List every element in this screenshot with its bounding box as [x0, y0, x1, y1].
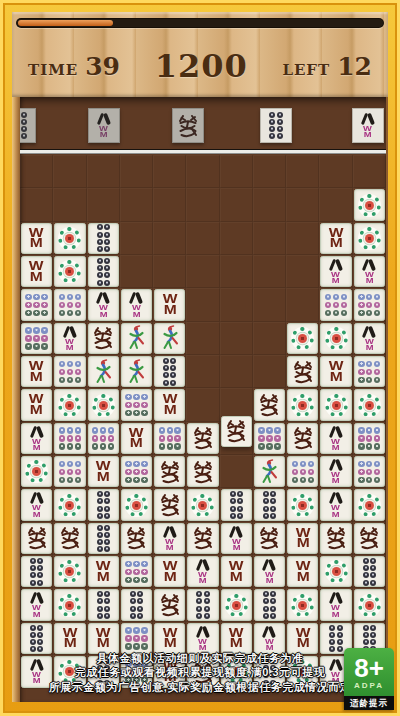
board-cell: WM — [319, 222, 352, 255]
tile-C9[interactable] — [54, 356, 85, 387]
tile-C8[interactable] — [21, 556, 52, 587]
tile-C9[interactable] — [21, 289, 52, 320]
board-cell — [20, 455, 53, 488]
tile-B8[interactable]: WM — [254, 623, 285, 654]
board-cell — [186, 288, 219, 321]
queue-tile-C8 — [260, 108, 292, 143]
board-cell — [253, 588, 286, 621]
queue-tile-B8: WM — [352, 108, 384, 143]
tile-W[interactable]: WM — [88, 456, 119, 487]
board-cell — [186, 155, 219, 188]
board-cell — [186, 522, 219, 555]
tile-C9[interactable] — [320, 289, 351, 320]
disclaimer-line-1: 具体金额以活动细则及实际完成任务为准 — [0, 653, 400, 664]
board-cell — [253, 355, 286, 388]
board-cell — [253, 455, 286, 488]
tile-B8[interactable]: WM — [187, 623, 218, 654]
board-cell — [20, 555, 53, 588]
board-cell: WM — [20, 588, 53, 621]
board-cell — [153, 422, 186, 455]
board-cell — [253, 422, 286, 455]
tile-C8[interactable] — [88, 223, 119, 254]
board-cell — [87, 355, 120, 388]
tile-F[interactable] — [187, 523, 218, 554]
board-cell: WM — [220, 555, 253, 588]
board-cell — [87, 155, 120, 188]
tile-C1[interactable] — [54, 223, 85, 254]
tile-C1[interactable] — [354, 389, 385, 420]
board-cell — [87, 188, 120, 221]
tile-C8[interactable] — [154, 356, 185, 387]
tile-B8[interactable]: WM — [354, 256, 385, 287]
board-cell: WM — [87, 622, 120, 655]
tile-C9[interactable] — [254, 423, 285, 454]
tile-C8[interactable] — [88, 523, 119, 554]
tile-C9[interactable] — [154, 423, 185, 454]
board-cell — [53, 188, 86, 221]
board-cell — [253, 388, 286, 421]
board-cell — [53, 155, 86, 188]
board-cell — [253, 188, 286, 221]
tile-W[interactable]: WM — [154, 556, 185, 587]
tile-F[interactable] — [154, 589, 185, 620]
tile-F[interactable] — [121, 523, 152, 554]
board-cell — [87, 255, 120, 288]
board-cell — [353, 588, 386, 621]
board-cell — [286, 322, 319, 355]
board-cell — [53, 488, 86, 521]
board-cell — [87, 322, 120, 355]
board-cell: WM — [220, 522, 253, 555]
left-group: LEFT 12 — [282, 52, 372, 81]
age-rating-badge: 8+ ADPA 适龄提示 — [344, 648, 394, 710]
game-board: WMWM WMWMWMWMWMWMWMWMWMWMWMWMWMWMWMWMWMW… — [20, 97, 386, 702]
board-cell: WM — [319, 488, 352, 521]
tile-C1[interactable] — [354, 489, 385, 520]
board-cell: WM — [153, 622, 186, 655]
board-cell — [353, 488, 386, 521]
board-cell — [120, 522, 153, 555]
tile-B8[interactable]: WM — [54, 323, 85, 354]
board-cell — [286, 355, 319, 388]
drop-line-separator — [20, 149, 386, 154]
tile-C8[interactable] — [121, 589, 152, 620]
board-cell — [253, 522, 286, 555]
tile-F[interactable] — [154, 489, 185, 520]
board-cell — [220, 488, 253, 521]
board-cell — [220, 155, 253, 188]
board-cell — [186, 588, 219, 621]
tile-W[interactable]: WM — [287, 556, 318, 587]
board-cell — [53, 255, 86, 288]
tile-F[interactable] — [354, 523, 385, 554]
tile-C1[interactable] — [287, 489, 318, 520]
tile-C1[interactable] — [320, 556, 351, 587]
queue-tile-F — [172, 108, 204, 143]
age-rating-green-box: 8+ ADPA — [344, 648, 394, 696]
tile-B8[interactable]: WM — [221, 523, 252, 554]
board-cell: WM — [87, 555, 120, 588]
tile-C9[interactable] — [354, 423, 385, 454]
board-cell — [186, 255, 219, 288]
score-value: 1200 — [155, 47, 248, 85]
board-cell — [153, 255, 186, 288]
tile-C9[interactable] — [54, 289, 85, 320]
board-cell — [286, 155, 319, 188]
board-cell — [286, 422, 319, 455]
board-cell — [20, 622, 53, 655]
board-cell — [153, 322, 186, 355]
tile-W[interactable]: WM — [154, 389, 185, 420]
board-cell: WM — [20, 388, 53, 421]
board-cell — [87, 488, 120, 521]
board-cell: WM — [153, 388, 186, 421]
tile-C1[interactable] — [54, 256, 85, 287]
tile-S1[interactable] — [88, 356, 119, 387]
tile-W[interactable]: WM — [21, 223, 52, 254]
tile-S1[interactable] — [254, 456, 285, 487]
tile-F[interactable] — [54, 523, 85, 554]
board-cell — [153, 355, 186, 388]
tile-W[interactable]: WM — [21, 256, 52, 287]
wood-frame-left — [12, 97, 20, 702]
board-cell: WM — [87, 455, 120, 488]
tile-B8[interactable]: WM — [320, 456, 351, 487]
tile-C8[interactable] — [254, 589, 285, 620]
tile-W[interactable]: WM — [287, 623, 318, 654]
board-cell — [53, 355, 86, 388]
board-cell — [120, 155, 153, 188]
tile-B8[interactable]: WM — [154, 523, 185, 554]
board-cell — [120, 555, 153, 588]
tile-B8[interactable]: WM — [320, 423, 351, 454]
board-cell — [286, 588, 319, 621]
board-cell: WM — [153, 522, 186, 555]
board-cell — [220, 355, 253, 388]
board-cell — [53, 522, 86, 555]
tile-B8[interactable]: WM — [320, 589, 351, 620]
tile-C8[interactable] — [88, 256, 119, 287]
board-cell: WM — [286, 622, 319, 655]
board-cell: WM — [186, 622, 219, 655]
tile-W[interactable]: WM — [154, 289, 185, 320]
tile-F[interactable] — [21, 523, 52, 554]
board-cell — [220, 288, 253, 321]
tile-C1[interactable] — [221, 589, 252, 620]
board-cell — [253, 288, 286, 321]
board-cell — [286, 222, 319, 255]
board-cell — [253, 155, 286, 188]
board-cell — [286, 455, 319, 488]
board-cell — [220, 455, 253, 488]
board-cell — [220, 188, 253, 221]
board-cell — [286, 188, 319, 221]
board-cell: WM — [186, 555, 219, 588]
tile-F[interactable] — [187, 423, 218, 454]
tile-S1[interactable] — [154, 323, 185, 354]
tile-C9[interactable] — [21, 323, 52, 354]
tile-B8[interactable]: WM — [187, 556, 218, 587]
tile-C9[interactable] — [354, 456, 385, 487]
header-stats: TIME 39 1200 LEFT 12 — [12, 38, 388, 94]
board-cell — [286, 488, 319, 521]
board-cell — [186, 188, 219, 221]
tile-C1[interactable] — [287, 323, 318, 354]
tile-W[interactable]: WM — [21, 356, 52, 387]
board-cell — [120, 488, 153, 521]
board-cell — [286, 255, 319, 288]
board-cell — [120, 188, 153, 221]
age-rating-org: ADPA — [354, 682, 384, 690]
tile-C9[interactable] — [121, 556, 152, 587]
board-cell — [319, 388, 352, 421]
tile-W[interactable]: WM — [21, 389, 52, 420]
board-cell — [53, 288, 86, 321]
tile-B8[interactable]: WM — [354, 323, 385, 354]
tile-C1[interactable] — [354, 589, 385, 620]
board-cell — [186, 388, 219, 421]
board-cell — [20, 155, 53, 188]
tile-C1[interactable] — [54, 389, 85, 420]
board-cell — [220, 322, 253, 355]
board-cell — [153, 588, 186, 621]
tile-C9[interactable] — [287, 456, 318, 487]
tile-B8[interactable]: WM — [88, 289, 119, 320]
tile-B8[interactable]: WM — [320, 489, 351, 520]
board-cell — [186, 355, 219, 388]
board-cell: WM — [319, 255, 352, 288]
board-cell — [87, 522, 120, 555]
board-cell: WM — [319, 455, 352, 488]
header-bar: TIME 39 1200 LEFT 12 — [12, 12, 388, 97]
time-value: 39 — [85, 52, 120, 81]
board-cell — [153, 455, 186, 488]
board-cell — [286, 388, 319, 421]
time-progress-fill — [18, 20, 113, 26]
tile-C8[interactable] — [254, 489, 285, 520]
game-screen: TIME 39 1200 LEFT 12 WMWM WMWMWMWMWMWMWM… — [0, 0, 400, 716]
tile-C1[interactable] — [54, 489, 85, 520]
tile-C9[interactable] — [121, 389, 152, 420]
tile-W[interactable]: WM — [287, 523, 318, 554]
board-cell — [220, 422, 253, 455]
tile-F[interactable] — [221, 416, 252, 447]
tile-C9[interactable] — [354, 289, 385, 320]
board-cell: WM — [353, 255, 386, 288]
board-cell — [186, 422, 219, 455]
board-cell — [253, 255, 286, 288]
tile-W[interactable]: WM — [221, 623, 252, 654]
board-cell — [353, 422, 386, 455]
board-cell — [53, 455, 86, 488]
tile-C9[interactable] — [88, 423, 119, 454]
board-cell — [120, 222, 153, 255]
tile-F[interactable] — [187, 456, 218, 487]
board-cell — [319, 188, 352, 221]
board-cell — [353, 188, 386, 221]
board-cell — [253, 222, 286, 255]
board-cell: WM — [319, 588, 352, 621]
tile-W[interactable]: WM — [88, 556, 119, 587]
board-cell: WM — [353, 322, 386, 355]
tile-C1[interactable] — [88, 389, 119, 420]
tile-C8[interactable] — [221, 489, 252, 520]
board-cell: WM — [153, 288, 186, 321]
board-cell — [186, 455, 219, 488]
board-cell — [20, 522, 53, 555]
board-cell — [186, 222, 219, 255]
tile-C1[interactable] — [354, 223, 385, 254]
board-cell: WM — [53, 622, 86, 655]
tile-B8[interactable]: WM — [320, 256, 351, 287]
board-cell: WM — [286, 555, 319, 588]
tile-W[interactable]: WM — [320, 223, 351, 254]
tile-W[interactable]: WM — [121, 423, 152, 454]
board-cell: WM — [120, 422, 153, 455]
board-cell — [120, 455, 153, 488]
tile-C8[interactable] — [21, 623, 52, 654]
tile-C9[interactable] — [54, 423, 85, 454]
board-cell: WM — [286, 522, 319, 555]
tile-S1[interactable] — [121, 356, 152, 387]
tile-C1[interactable] — [287, 389, 318, 420]
tile-C8[interactable] — [88, 589, 119, 620]
tile-C8[interactable] — [88, 489, 119, 520]
board-cell — [53, 222, 86, 255]
tile-F[interactable] — [88, 323, 119, 354]
board-cell — [20, 322, 53, 355]
wood-frame-right — [386, 97, 388, 702]
tile-F[interactable] — [254, 389, 285, 420]
tile-F[interactable] — [287, 356, 318, 387]
board-cell — [186, 322, 219, 355]
board-cell — [53, 388, 86, 421]
left-value: 12 — [337, 52, 372, 81]
board-cell: WM — [319, 355, 352, 388]
board-cell — [353, 288, 386, 321]
board-cell: WM — [319, 422, 352, 455]
queue-tile-C8 — [20, 108, 36, 143]
tile-S1[interactable] — [121, 323, 152, 354]
tile-W[interactable]: WM — [88, 623, 119, 654]
age-rating-value: 8+ — [354, 655, 384, 681]
tile-C1[interactable] — [320, 389, 351, 420]
board-cell: WM — [20, 422, 53, 455]
tile-C1[interactable] — [354, 189, 385, 220]
tile-F[interactable] — [320, 523, 351, 554]
board-cell — [186, 488, 219, 521]
board-cell — [253, 322, 286, 355]
tile-B8[interactable]: WM — [254, 556, 285, 587]
board-cell — [253, 488, 286, 521]
board-cell — [319, 288, 352, 321]
tile-C1[interactable] — [54, 556, 85, 587]
tile-W[interactable]: WM — [221, 556, 252, 587]
board-cell — [87, 422, 120, 455]
board-cell — [153, 188, 186, 221]
tile-C8[interactable] — [354, 556, 385, 587]
tile-B8[interactable]: WM — [21, 589, 52, 620]
tile-W[interactable]: WM — [154, 623, 185, 654]
board-cell — [120, 622, 153, 655]
tile-C9[interactable] — [354, 356, 385, 387]
board-cell — [120, 322, 153, 355]
left-label: LEFT — [282, 61, 330, 79]
board-cell — [20, 288, 53, 321]
board-cell — [153, 222, 186, 255]
board-cell: WM — [253, 555, 286, 588]
board-cell — [87, 588, 120, 621]
board-cell — [319, 522, 352, 555]
board-cell: WM — [53, 322, 86, 355]
tile-W[interactable]: WM — [54, 623, 85, 654]
board-cell — [120, 388, 153, 421]
board-cell — [353, 388, 386, 421]
disclaimer-line-3: 所展示金额为广告创意,实际奖励金额根据任务完成情况而定 — [0, 682, 400, 693]
tile-F[interactable] — [287, 423, 318, 454]
queue-tile-B8: WM — [88, 108, 120, 143]
board-cell: WM — [120, 288, 153, 321]
board-cell — [353, 155, 386, 188]
tile-C9[interactable] — [121, 456, 152, 487]
tile-C1[interactable] — [187, 489, 218, 520]
board-cell: WM — [153, 555, 186, 588]
tile-C9[interactable] — [121, 623, 152, 654]
time-progress-bar — [16, 18, 384, 28]
tile-C9[interactable] — [54, 456, 85, 487]
tile-C8[interactable] — [187, 589, 218, 620]
tile-B8[interactable]: WM — [121, 289, 152, 320]
tile-C1[interactable] — [21, 456, 52, 487]
board-cell — [120, 355, 153, 388]
board-cell — [220, 588, 253, 621]
board-cell — [220, 255, 253, 288]
age-rating-caption: 适龄提示 — [344, 696, 394, 710]
tile-C1[interactable] — [287, 589, 318, 620]
board-cell — [319, 155, 352, 188]
board-cell: WM — [20, 488, 53, 521]
board-cell: WM — [87, 288, 120, 321]
board-cell — [319, 555, 352, 588]
board-cell: WM — [20, 255, 53, 288]
disclaimer-line-2: 完成任务或观看视频积累提现额度,满0.3元可提现 — [0, 667, 400, 678]
board-cell — [286, 288, 319, 321]
time-label: TIME — [28, 61, 78, 79]
tile-F[interactable] — [154, 456, 185, 487]
tile-B8[interactable]: WM — [21, 423, 52, 454]
board-cell — [20, 188, 53, 221]
tile-W[interactable]: WM — [320, 356, 351, 387]
tile-C1[interactable] — [121, 489, 152, 520]
board-cell — [53, 555, 86, 588]
board-cell — [120, 255, 153, 288]
board-cell — [153, 488, 186, 521]
board-cell — [353, 455, 386, 488]
tile-B8[interactable]: WM — [21, 489, 52, 520]
board-cell: WM — [20, 355, 53, 388]
board-cell: WM — [253, 622, 286, 655]
tile-F[interactable] — [254, 523, 285, 554]
board-cell: WM — [220, 622, 253, 655]
board-cell — [87, 222, 120, 255]
board-cell — [120, 588, 153, 621]
tile-C1[interactable] — [320, 323, 351, 354]
tile-C1[interactable] — [54, 589, 85, 620]
board-cell — [53, 422, 86, 455]
board-cell: WM — [20, 222, 53, 255]
board-cell — [353, 355, 386, 388]
board-cell — [53, 588, 86, 621]
